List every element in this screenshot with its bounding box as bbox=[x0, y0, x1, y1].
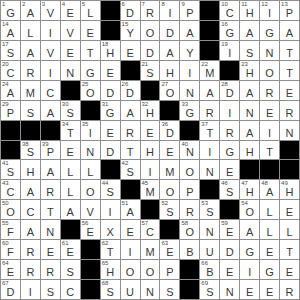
letter-cell[interactable]: E bbox=[121, 220, 140, 239]
cell-letter: T bbox=[81, 48, 100, 59]
blocked-cell bbox=[61, 220, 80, 239]
letter-cell[interactable]: H bbox=[21, 160, 40, 179]
letter-cell[interactable]: S bbox=[21, 101, 40, 120]
cell-letter: S bbox=[21, 108, 40, 119]
cell-letter: H bbox=[141, 108, 160, 119]
cell-letter: M bbox=[21, 88, 40, 99]
letter-cell[interactable]: R bbox=[260, 81, 279, 100]
cell-letter: R bbox=[141, 8, 160, 19]
cell-letter: N bbox=[220, 287, 239, 298]
letter-cell[interactable]: E bbox=[101, 121, 120, 140]
letter-cell[interactable]: 20C bbox=[1, 61, 20, 80]
cell-letter: C bbox=[1, 68, 20, 79]
letter-cell[interactable]: N bbox=[200, 160, 219, 179]
letter-cell[interactable]: S bbox=[61, 260, 80, 279]
cell-letter: A bbox=[240, 28, 259, 39]
letter-cell[interactable]: A bbox=[21, 41, 40, 60]
letter-cell[interactable]: 51A bbox=[121, 200, 140, 219]
letter-cell[interactable]: 63E bbox=[160, 240, 179, 259]
letter-cell[interactable]: D bbox=[101, 81, 120, 100]
clue-number: 19 bbox=[221, 41, 228, 48]
letter-cell[interactable]: 35I bbox=[81, 121, 100, 140]
cell-letter: E bbox=[61, 48, 80, 59]
letter-cell[interactable]: D bbox=[160, 21, 179, 40]
letter-cell[interactable]: R bbox=[280, 280, 299, 299]
letter-cell[interactable]: E bbox=[41, 240, 60, 259]
cell-letter: I bbox=[141, 167, 160, 178]
letter-cell[interactable]: L bbox=[280, 220, 299, 239]
letter-cell[interactable]: D bbox=[101, 141, 120, 160]
letter-cell[interactable]: S bbox=[160, 280, 179, 299]
letter-cell[interactable]: M bbox=[141, 240, 160, 259]
letter-cell[interactable]: 9P bbox=[180, 1, 199, 20]
letter-cell[interactable]: E bbox=[220, 160, 239, 179]
cell-letter: E bbox=[121, 227, 140, 238]
letter-cell[interactable]: R bbox=[21, 240, 40, 259]
letter-cell[interactable]: 62T bbox=[101, 240, 120, 259]
letter-cell[interactable]: E bbox=[280, 260, 299, 279]
letter-cell[interactable]: O bbox=[121, 260, 140, 279]
letter-cell[interactable]: 54O bbox=[240, 200, 259, 219]
cell-letter: C bbox=[61, 287, 80, 298]
blocked-cell bbox=[260, 160, 279, 179]
letter-cell[interactable]: 48A bbox=[260, 180, 279, 199]
letter-cell[interactable]: O bbox=[141, 260, 160, 279]
letter-cell[interactable]: 56E bbox=[81, 220, 100, 239]
letter-cell[interactable]: E bbox=[121, 41, 140, 60]
crossword-app: 1G2A3V4E5L6D7R8I9P10C11H12I13P14ALIVE15Y… bbox=[0, 0, 300, 300]
letter-cell[interactable]: 55F bbox=[1, 220, 20, 239]
letter-cell[interactable]: E bbox=[280, 81, 299, 100]
letter-cell[interactable]: A bbox=[280, 21, 299, 40]
letter-cell[interactable]: 59E bbox=[220, 220, 239, 239]
letter-cell[interactable]: 49H bbox=[280, 180, 299, 199]
blocked-cell bbox=[200, 41, 219, 60]
letter-cell[interactable]: 39P bbox=[41, 141, 60, 160]
cell-letter: I bbox=[200, 147, 219, 158]
letter-cell[interactable]: 14A bbox=[1, 21, 20, 40]
letter-cell[interactable]: N bbox=[41, 220, 60, 239]
cell-letter: R bbox=[200, 108, 219, 119]
letter-cell[interactable]: E bbox=[61, 41, 80, 60]
cell-letter: M bbox=[200, 68, 219, 79]
letter-cell[interactable]: 53S bbox=[200, 200, 219, 219]
letter-cell[interactable]: 50O bbox=[1, 200, 20, 219]
letter-cell[interactable]: 41S bbox=[1, 160, 20, 179]
letter-cell[interactable]: E bbox=[240, 280, 259, 299]
letter-cell[interactable]: I bbox=[240, 260, 259, 279]
letter-cell[interactable]: 44S bbox=[101, 180, 120, 199]
letter-cell[interactable]: A bbox=[240, 81, 259, 100]
letter-cell[interactable]: T bbox=[260, 141, 279, 160]
letter-cell[interactable]: T bbox=[121, 141, 140, 160]
cell-letter: S bbox=[200, 207, 219, 218]
cell-letter: C bbox=[41, 88, 60, 99]
letter-cell[interactable]: A bbox=[41, 101, 60, 120]
letter-cell[interactable]: L bbox=[260, 200, 279, 219]
letter-cell[interactable]: 67D bbox=[1, 280, 20, 299]
blocked-cell bbox=[220, 61, 239, 80]
letter-cell[interactable]: O bbox=[260, 61, 279, 80]
cell-letter: A bbox=[240, 227, 259, 238]
letter-cell[interactable]: I bbox=[41, 61, 60, 80]
blocked-cell bbox=[101, 21, 120, 40]
cell-letter: A bbox=[121, 207, 140, 218]
letter-cell[interactable]: V bbox=[61, 21, 80, 40]
blocked-cell bbox=[141, 200, 160, 219]
letter-cell[interactable]: N bbox=[260, 41, 279, 60]
letter-cell[interactable]: N bbox=[180, 81, 199, 100]
letter-cell[interactable]: A bbox=[240, 220, 259, 239]
letter-cell[interactable]: A bbox=[21, 220, 40, 239]
blocked-cell bbox=[81, 240, 100, 259]
letter-cell[interactable]: 47H bbox=[240, 180, 259, 199]
letter-cell[interactable]: S bbox=[240, 41, 259, 60]
cell-letter: P bbox=[180, 187, 199, 198]
letter-cell[interactable]: C bbox=[61, 280, 80, 299]
letter-cell[interactable]: 57C bbox=[141, 220, 160, 239]
letter-cell[interactable]: 26D bbox=[121, 81, 140, 100]
cell-letter: D bbox=[220, 88, 239, 99]
cell-letter: E bbox=[280, 267, 299, 278]
cell-letter: D bbox=[101, 88, 120, 99]
letter-cell[interactable]: A bbox=[121, 101, 140, 120]
blocked-cell bbox=[21, 121, 40, 140]
letter-cell[interactable]: 58O bbox=[180, 220, 199, 239]
letter-cell[interactable]: O bbox=[81, 180, 100, 199]
cell-letter: R bbox=[260, 88, 279, 99]
letter-cell[interactable]: I bbox=[121, 240, 140, 259]
letter-cell[interactable]: C bbox=[41, 81, 60, 100]
cell-letter: P bbox=[280, 8, 299, 19]
cell-letter: C bbox=[1, 187, 20, 198]
letter-cell[interactable]: I bbox=[180, 61, 199, 80]
cell-letter: D bbox=[101, 147, 120, 158]
letter-cell[interactable]: D bbox=[141, 41, 160, 60]
blocked-cell bbox=[280, 160, 299, 179]
letter-cell[interactable]: S bbox=[41, 280, 60, 299]
cell-letter: E bbox=[141, 128, 160, 139]
cell-letter: N bbox=[180, 147, 199, 158]
letter-cell[interactable]: 28D bbox=[220, 81, 239, 100]
letter-cell[interactable]: 3V bbox=[41, 1, 60, 20]
blocked-cell bbox=[61, 81, 80, 100]
cell-letter: H bbox=[21, 167, 40, 178]
cell-letter: O bbox=[121, 267, 140, 278]
letter-cell[interactable]: H bbox=[141, 141, 160, 160]
cell-letter: S bbox=[61, 267, 80, 278]
letter-cell[interactable]: A bbox=[180, 21, 199, 40]
letter-cell[interactable]: 4E bbox=[61, 1, 80, 20]
letter-cell[interactable]: U bbox=[121, 280, 140, 299]
letter-cell[interactable]: 21S bbox=[141, 61, 160, 80]
cell-letter: T bbox=[61, 128, 80, 139]
blocked-cell bbox=[180, 260, 199, 279]
letter-cell[interactable]: 52S bbox=[160, 200, 179, 219]
letter-cell[interactable]: A bbox=[61, 200, 80, 219]
letter-cell[interactable]: R bbox=[41, 260, 60, 279]
letter-cell[interactable]: 40N bbox=[180, 141, 199, 160]
letter-cell[interactable]: A bbox=[240, 21, 259, 40]
letter-cell[interactable]: E bbox=[260, 280, 279, 299]
letter-cell[interactable]: L bbox=[61, 180, 80, 199]
letter-cell[interactable]: V bbox=[41, 41, 60, 60]
letter-cell[interactable]: 13P bbox=[280, 1, 299, 20]
letter-cell[interactable]: R bbox=[280, 101, 299, 120]
blocked-cell bbox=[240, 160, 259, 179]
letter-cell[interactable]: 6D bbox=[121, 1, 140, 20]
letter-cell[interactable]: 60F bbox=[1, 240, 20, 259]
cell-letter: A bbox=[200, 88, 219, 99]
letter-cell[interactable]: M bbox=[21, 81, 40, 100]
letter-cell[interactable]: 19I bbox=[220, 41, 239, 60]
cell-letter: N bbox=[81, 147, 100, 158]
letter-cell[interactable]: N bbox=[280, 121, 299, 140]
cell-letter: S bbox=[41, 287, 60, 298]
letter-cell[interactable]: O bbox=[160, 180, 179, 199]
letter-cell[interactable]: T bbox=[280, 240, 299, 259]
letter-cell[interactable]: M bbox=[160, 160, 179, 179]
cell-letter: S bbox=[160, 287, 179, 298]
cell-letter: P bbox=[160, 267, 179, 278]
letter-cell[interactable]: 8I bbox=[160, 1, 179, 20]
letter-cell[interactable]: N bbox=[141, 280, 160, 299]
letter-cell[interactable]: 38S bbox=[21, 141, 40, 160]
cell-letter: T bbox=[280, 247, 299, 258]
cell-letter: O bbox=[260, 68, 279, 79]
letter-cell[interactable]: R bbox=[21, 260, 40, 279]
letter-cell[interactable]: 25O bbox=[81, 81, 100, 100]
cell-letter: A bbox=[21, 8, 40, 19]
cell-letter: N bbox=[200, 167, 219, 178]
letter-cell[interactable]: R bbox=[21, 61, 40, 80]
letter-cell[interactable]: N bbox=[61, 61, 80, 80]
letter-cell[interactable]: R bbox=[41, 180, 60, 199]
cell-letter: C bbox=[141, 227, 160, 238]
letter-cell[interactable]: 30S bbox=[61, 101, 80, 120]
letter-cell[interactable]: 37T bbox=[200, 121, 219, 140]
cell-letter: E bbox=[61, 8, 80, 19]
cell-letter: A bbox=[21, 187, 40, 198]
letter-cell[interactable]: H bbox=[160, 61, 179, 80]
letter-cell[interactable]: 31G bbox=[101, 101, 120, 120]
letter-cell[interactable]: N bbox=[81, 141, 100, 160]
letter-cell[interactable]: R bbox=[200, 101, 219, 120]
letter-cell[interactable]: A bbox=[240, 121, 259, 140]
letter-cell[interactable]: T bbox=[280, 41, 299, 60]
cell-letter: G bbox=[220, 147, 239, 158]
letter-cell[interactable]: I bbox=[41, 21, 60, 40]
letter-cell[interactable]: L bbox=[260, 220, 279, 239]
letter-cell[interactable]: P bbox=[180, 180, 199, 199]
letter-cell[interactable]: E bbox=[160, 141, 179, 160]
letter-cell[interactable]: E bbox=[61, 141, 80, 160]
letter-cell[interactable]: V bbox=[81, 200, 100, 219]
blocked-cell bbox=[81, 260, 100, 279]
cell-letter: S bbox=[200, 287, 219, 298]
letter-cell[interactable]: E bbox=[81, 21, 100, 40]
letter-cell[interactable]: I bbox=[260, 121, 279, 140]
cell-letter: A bbox=[61, 207, 80, 218]
cell-letter: P bbox=[41, 147, 60, 158]
letter-cell[interactable]: A bbox=[160, 41, 179, 60]
letter-cell[interactable]: T bbox=[81, 41, 100, 60]
cell-letter: D bbox=[121, 8, 140, 19]
cell-letter: T bbox=[101, 247, 120, 258]
letter-cell[interactable]: 17S bbox=[1, 41, 20, 60]
letter-cell[interactable]: 10C bbox=[220, 1, 239, 20]
cell-letter: E bbox=[280, 207, 299, 218]
cell-letter: R bbox=[280, 108, 299, 119]
letter-cell[interactable]: R bbox=[121, 121, 140, 140]
letter-cell[interactable]: N bbox=[200, 220, 219, 239]
letter-cell[interactable]: 12I bbox=[260, 1, 279, 20]
blocked-cell bbox=[1, 141, 20, 160]
letter-cell[interactable]: O bbox=[180, 160, 199, 179]
cell-letter: O bbox=[180, 167, 199, 178]
letter-cell[interactable]: E bbox=[101, 61, 120, 80]
letter-cell[interactable]: I bbox=[220, 101, 239, 120]
cell-letter: E bbox=[160, 147, 179, 158]
cell-letter: N bbox=[61, 68, 80, 79]
letter-cell[interactable]: C bbox=[21, 200, 40, 219]
letter-cell[interactable]: E bbox=[280, 200, 299, 219]
letter-cell[interactable]: P bbox=[160, 260, 179, 279]
letter-cell[interactable]: D bbox=[220, 240, 239, 259]
cell-letter: R bbox=[21, 247, 40, 258]
letter-cell[interactable]: 15Y bbox=[121, 21, 140, 40]
letter-cell[interactable]: U bbox=[200, 240, 219, 259]
cell-letter: S bbox=[220, 187, 239, 198]
letter-cell[interactable]: X bbox=[101, 220, 120, 239]
letter-cell[interactable]: A bbox=[200, 81, 219, 100]
letter-cell[interactable]: E bbox=[220, 260, 239, 279]
cell-letter: E bbox=[41, 247, 60, 258]
cell-letter: R bbox=[180, 207, 199, 218]
cell-letter: S bbox=[21, 147, 40, 158]
letter-cell[interactable]: O bbox=[141, 21, 160, 40]
letter-cell[interactable]: L bbox=[81, 160, 100, 179]
letter-cell[interactable]: 45M bbox=[141, 180, 160, 199]
cell-letter: D bbox=[141, 48, 160, 59]
letter-cell[interactable]: G bbox=[240, 240, 259, 259]
letter-cell[interactable]: 42S bbox=[121, 160, 140, 179]
letter-cell[interactable]: 2A bbox=[21, 1, 40, 20]
letter-cell[interactable]: E bbox=[141, 121, 160, 140]
letter-cell[interactable]: I bbox=[200, 141, 219, 160]
cell-letter: R bbox=[21, 68, 40, 79]
letter-cell[interactable]: I bbox=[21, 280, 40, 299]
cell-letter: D bbox=[121, 88, 140, 99]
cell-letter: F bbox=[1, 227, 20, 238]
letter-cell[interactable]: N bbox=[240, 101, 259, 120]
blocked-cell bbox=[160, 101, 179, 120]
cell-letter: T bbox=[200, 128, 219, 139]
cell-letter: H bbox=[240, 147, 259, 158]
cell-letter: O bbox=[141, 28, 160, 39]
letter-cell[interactable]: E bbox=[260, 240, 279, 259]
letter-cell[interactable]: 24A bbox=[1, 81, 20, 100]
letter-cell[interactable]: R bbox=[180, 200, 199, 219]
cell-letter: A bbox=[1, 28, 20, 39]
cell-letter: O bbox=[141, 267, 160, 278]
cell-letter: A bbox=[1, 88, 20, 99]
cell-letter: P bbox=[180, 8, 199, 19]
cell-letter: O bbox=[180, 227, 199, 238]
letter-cell[interactable]: 32H bbox=[141, 101, 160, 120]
letter-cell[interactable]: A bbox=[41, 160, 60, 179]
cell-letter: H bbox=[280, 187, 299, 198]
letter-cell[interactable]: 64E bbox=[1, 260, 20, 279]
letter-cell[interactable]: 27O bbox=[160, 81, 179, 100]
letter-cell[interactable]: 43C bbox=[1, 180, 20, 199]
cell-letter: T bbox=[280, 68, 299, 79]
letter-cell[interactable]: B bbox=[180, 240, 199, 259]
letter-cell[interactable]: 22M bbox=[200, 61, 219, 80]
letter-cell[interactable]: G bbox=[220, 141, 239, 160]
cell-letter: I bbox=[260, 8, 279, 19]
letter-cell[interactable]: 46S bbox=[220, 180, 239, 199]
blocked-cell bbox=[200, 1, 219, 20]
letter-cell[interactable]: E bbox=[260, 101, 279, 120]
letter-cell[interactable]: 7R bbox=[141, 1, 160, 20]
letter-cell[interactable]: N bbox=[220, 280, 239, 299]
letter-cell[interactable]: 65H bbox=[101, 260, 120, 279]
blocked-cell bbox=[121, 180, 140, 199]
cell-letter: O bbox=[160, 187, 179, 198]
letter-cell[interactable]: 69S bbox=[200, 280, 219, 299]
cell-letter: R bbox=[280, 287, 299, 298]
letter-cell[interactable]: 66B bbox=[200, 260, 219, 279]
cell-letter: L bbox=[260, 227, 279, 238]
cell-letter: E bbox=[240, 287, 259, 298]
letter-cell[interactable]: L bbox=[21, 21, 40, 40]
cell-letter: X bbox=[101, 227, 120, 238]
cell-letter: S bbox=[121, 167, 140, 178]
letter-cell[interactable]: A bbox=[21, 180, 40, 199]
letter-cell[interactable]: T bbox=[280, 61, 299, 80]
letter-cell[interactable]: 5L bbox=[81, 1, 100, 20]
letter-cell[interactable]: 68S bbox=[101, 280, 120, 299]
letter-cell[interactable]: 61E bbox=[61, 240, 80, 259]
letter-cell[interactable]: Y bbox=[180, 41, 199, 60]
letter-cell[interactable]: I bbox=[101, 200, 120, 219]
letter-cell[interactable]: I bbox=[141, 160, 160, 179]
letter-cell[interactable]: 34T bbox=[61, 121, 80, 140]
cell-letter: R bbox=[41, 267, 60, 278]
letter-cell[interactable]: 1G bbox=[1, 1, 20, 20]
letter-cell[interactable]: 16G bbox=[220, 21, 239, 40]
letter-cell[interactable]: 11H bbox=[240, 1, 259, 20]
letter-cell[interactable]: H bbox=[240, 141, 259, 160]
letter-cell[interactable]: 18H bbox=[101, 41, 120, 60]
letter-cell[interactable]: G bbox=[81, 61, 100, 80]
letter-cell[interactable]: L bbox=[61, 160, 80, 179]
letter-cell[interactable]: T bbox=[41, 200, 60, 219]
letter-cell[interactable]: 36D bbox=[160, 121, 179, 140]
letter-cell[interactable]: 23H bbox=[240, 61, 259, 80]
blocked-cell bbox=[141, 81, 160, 100]
cell-letter: S bbox=[141, 68, 160, 79]
cell-letter: E bbox=[61, 247, 80, 258]
letter-cell[interactable]: 29P bbox=[1, 101, 20, 120]
cell-letter: S bbox=[1, 48, 20, 59]
letter-cell[interactable]: R bbox=[220, 121, 239, 140]
letter-cell[interactable]: 33G bbox=[180, 101, 199, 120]
letter-cell[interactable]: G bbox=[260, 21, 279, 40]
letter-cell[interactable]: G bbox=[260, 260, 279, 279]
cell-letter: A bbox=[180, 28, 199, 39]
